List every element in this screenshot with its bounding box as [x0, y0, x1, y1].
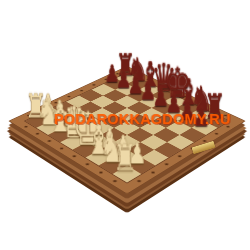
product-photo: ♜♞♝♛♚♝♞♜♟♟♟♟♟♟♟♟♟♟♟♟♟♟♟♟♜♞♝♛♚♝♞♜ PODAROK…	[0, 0, 250, 250]
square	[180, 128, 206, 142]
watermark-text: PODAROKKAGDOMY.RU	[54, 111, 231, 127]
chess-board-box: ♜♞♝♛♚♝♞♜♟♟♟♟♟♟♟♟♟♟♟♟♟♟♟♟♜♞♝♛♚♝♞♜	[8, 66, 246, 195]
piece-white-r: ♜	[113, 140, 133, 176]
